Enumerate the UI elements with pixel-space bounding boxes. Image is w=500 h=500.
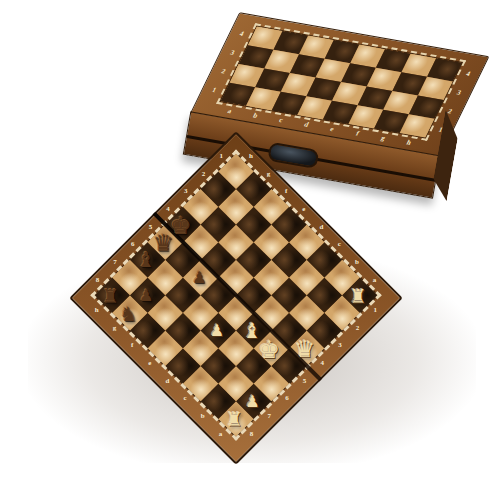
file-label-a-near: a [373,276,377,284]
rank-label-1-right: 1 [219,152,222,160]
file-label-f-near: f [285,188,287,196]
case-file-label-c: c [277,116,284,124]
rank-label-3-right: 3 [184,188,188,196]
case-rank-label-3-right: 3 [455,89,462,97]
rank-label-8-left: 8 [249,430,253,438]
case-file-label-g: g [380,134,387,142]
piece-black-pawn-g7: ♟ [139,289,153,305]
piece-white-queen-a4: ♛ [294,339,315,362]
rank-label-3-left: 3 [338,342,342,350]
rank-label-2-right: 2 [201,170,205,178]
case-rank-label-2-left: 2 [220,67,227,75]
case-checkerboard [220,27,461,138]
file-label-a-far: a [219,430,223,438]
piece-black-pawn-f5: ♟ [192,271,206,287]
rank-label-4-left: 4 [320,359,324,367]
file-label-g-far: g [113,324,117,332]
file-label-g-near: g [267,170,271,178]
file-label-b-near: b [355,258,359,266]
rank-label-7-left: 7 [267,412,271,420]
file-label-f-far: f [131,342,133,350]
piece-white-king-b5: ♚ [259,338,281,362]
case-file-label-b: b [251,112,258,120]
piece-black-rook-h8: ♜ [102,287,119,306]
rank-label-7-right: 7 [113,258,117,266]
piece-white-rook-a8: ♜ [226,411,243,430]
latch-icon [267,142,320,169]
piece-white-rook-a1: ♜ [350,287,367,306]
rank-label-2-left: 2 [356,324,360,332]
piece-white-bishop-c5: ♝ [242,322,261,343]
file-label-h-far: h [95,306,99,314]
file-label-e-far: e [149,359,152,367]
file-label-e-near: e [303,205,306,213]
rank-label-6-right: 6 [131,241,135,249]
case-rank-label-1-left: 1 [211,86,218,94]
rank-label-8-right: 8 [95,276,99,284]
case-file-label-h: h [405,139,412,147]
case-rank-label-4-right: 4 [465,70,472,78]
file-label-d-far: d [166,377,170,385]
rank-label-5-left: 5 [302,377,306,385]
case-file-label-e: e [329,125,336,133]
case-rank-label-3-left: 3 [229,49,236,57]
rank-label-4-right: 4 [166,205,169,213]
case-file-label-f: f [355,130,361,138]
product-photo: abcdefgh44332211 aabbccddeeffgghh8877665… [0,0,500,500]
rank-label-1-left: 1 [373,306,377,314]
case-file-label-a: a [226,107,233,115]
piece-white-pawn-d6: ♟ [210,324,224,340]
file-label-c-far: c [184,395,187,403]
piece-black-king-h4: ♚ [170,214,192,238]
rank-label-6-left: 6 [285,395,289,403]
case-rank-label-4-left: 4 [238,30,245,38]
piece-black-knight-g8: ♞ [119,305,137,325]
file-label-b-far: b [201,412,205,420]
case-file-label-d: d [303,121,310,129]
file-label-h-near: h [249,152,253,160]
piece-white-pawn-a7: ♟ [245,395,259,411]
file-label-c-near: c [338,241,341,249]
file-label-d-near: d [320,223,324,231]
rank-label-5-right: 5 [148,223,152,231]
